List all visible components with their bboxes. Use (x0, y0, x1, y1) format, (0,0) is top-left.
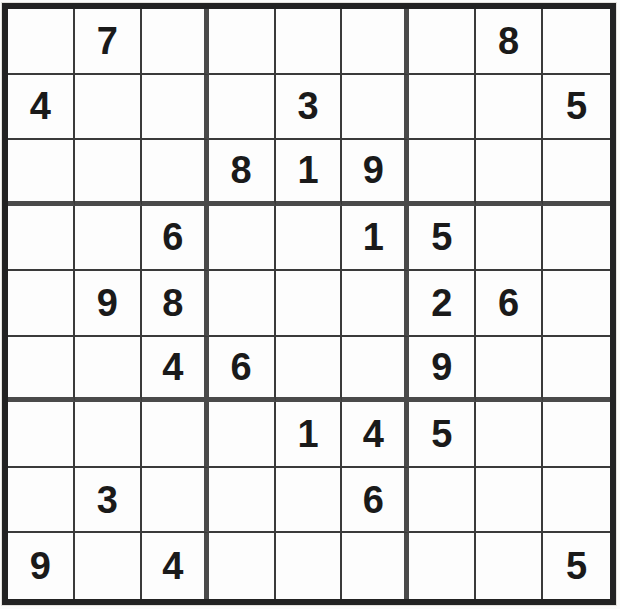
cell-r7c1[interactable] (8, 402, 75, 468)
cell-r9c2[interactable] (75, 533, 142, 599)
cell-r1c4[interactable] (209, 9, 276, 75)
cell-r7c3[interactable] (142, 402, 209, 468)
cell-r3c2[interactable] (75, 140, 142, 206)
cell-r2c3[interactable] (142, 75, 209, 141)
cell-r9c8[interactable] (476, 533, 543, 599)
cell-r7c2[interactable] (75, 402, 142, 468)
cell-r9c7[interactable] (409, 533, 476, 599)
cell-r4c1[interactable] (8, 206, 75, 272)
cell-r5c6[interactable] (342, 271, 409, 337)
cell-r7c4[interactable] (209, 402, 276, 468)
cell-r8c9[interactable] (543, 468, 610, 534)
cell-r8c1[interactable] (8, 468, 75, 534)
cell-r3c4[interactable]: 8 (209, 140, 276, 206)
cell-r9c3[interactable]: 4 (142, 533, 209, 599)
cell-r9c9[interactable]: 5 (543, 533, 610, 599)
cell-r2c5[interactable]: 3 (276, 75, 343, 141)
sudoku-puzzle-page: 78435819615982646914536945 (0, 0, 620, 609)
cell-r7c8[interactable] (476, 402, 543, 468)
cell-r1c3[interactable] (142, 9, 209, 75)
cell-r1c6[interactable] (342, 9, 409, 75)
cell-r5c1[interactable] (8, 271, 75, 337)
cell-r9c4[interactable] (209, 533, 276, 599)
cell-r1c9[interactable] (543, 9, 610, 75)
cell-r5c4[interactable] (209, 271, 276, 337)
cell-r4c4[interactable] (209, 206, 276, 272)
cell-r2c8[interactable] (476, 75, 543, 141)
cell-r6c5[interactable] (276, 337, 343, 403)
cell-r3c3[interactable] (142, 140, 209, 206)
cell-r6c8[interactable] (476, 337, 543, 403)
cell-r1c5[interactable] (276, 9, 343, 75)
cell-r2c1[interactable]: 4 (8, 75, 75, 141)
cell-r1c7[interactable] (409, 9, 476, 75)
cell-r5c5[interactable] (276, 271, 343, 337)
cell-r5c2[interactable]: 9 (75, 271, 142, 337)
cell-r8c2[interactable]: 3 (75, 468, 142, 534)
cell-r3c5[interactable]: 1 (276, 140, 343, 206)
cell-r3c9[interactable] (543, 140, 610, 206)
cell-r4c5[interactable] (276, 206, 343, 272)
cell-r6c3[interactable]: 4 (142, 337, 209, 403)
cell-r7c7[interactable]: 5 (409, 402, 476, 468)
cell-r3c8[interactable] (476, 140, 543, 206)
cell-r2c7[interactable] (409, 75, 476, 141)
cell-r6c4[interactable]: 6 (209, 337, 276, 403)
cell-r5c8[interactable]: 6 (476, 271, 543, 337)
cell-r1c1[interactable] (8, 9, 75, 75)
cell-r3c7[interactable] (409, 140, 476, 206)
cell-r4c6[interactable]: 1 (342, 206, 409, 272)
cell-r1c2[interactable]: 7 (75, 9, 142, 75)
cell-r9c6[interactable] (342, 533, 409, 599)
sudoku-board: 78435819615982646914536945 (2, 3, 616, 605)
cell-r6c1[interactable] (8, 337, 75, 403)
cell-r1c8[interactable]: 8 (476, 9, 543, 75)
cell-r6c6[interactable] (342, 337, 409, 403)
cell-r4c9[interactable] (543, 206, 610, 272)
cell-r6c7[interactable]: 9 (409, 337, 476, 403)
cell-r8c4[interactable] (209, 468, 276, 534)
cell-r5c3[interactable]: 8 (142, 271, 209, 337)
cell-r2c2[interactable] (75, 75, 142, 141)
cell-r6c2[interactable] (75, 337, 142, 403)
cell-r8c6[interactable]: 6 (342, 468, 409, 534)
cell-r6c9[interactable] (543, 337, 610, 403)
cell-r4c2[interactable] (75, 206, 142, 272)
cell-r7c6[interactable]: 4 (342, 402, 409, 468)
cell-r2c4[interactable] (209, 75, 276, 141)
cell-r3c1[interactable] (8, 140, 75, 206)
cell-r3c6[interactable]: 9 (342, 140, 409, 206)
cell-r8c3[interactable] (142, 468, 209, 534)
cell-r8c7[interactable] (409, 468, 476, 534)
cell-r9c5[interactable] (276, 533, 343, 599)
cell-r8c5[interactable] (276, 468, 343, 534)
cell-r8c8[interactable] (476, 468, 543, 534)
cell-r2c9[interactable]: 5 (543, 75, 610, 141)
cell-r7c5[interactable]: 1 (276, 402, 343, 468)
cell-r9c1[interactable]: 9 (8, 533, 75, 599)
cell-r4c3[interactable]: 6 (142, 206, 209, 272)
cell-r7c9[interactable] (543, 402, 610, 468)
cell-r4c8[interactable] (476, 206, 543, 272)
cell-r4c7[interactable]: 5 (409, 206, 476, 272)
cell-r5c9[interactable] (543, 271, 610, 337)
cell-r5c7[interactable]: 2 (409, 271, 476, 337)
cell-r2c6[interactable] (342, 75, 409, 141)
